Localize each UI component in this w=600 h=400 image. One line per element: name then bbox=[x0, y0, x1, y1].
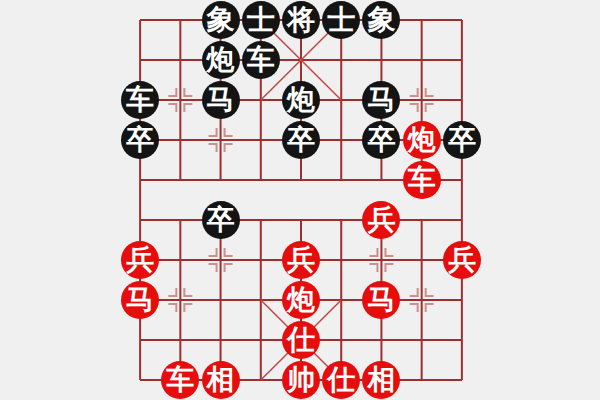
piece-black-soldier[interactable]: 卒 bbox=[282, 121, 320, 159]
piece-black-chariot[interactable]: 车 bbox=[121, 81, 159, 119]
piece-red-general[interactable]: 帅 bbox=[282, 361, 320, 399]
piece-black-horse[interactable]: 马 bbox=[362, 81, 400, 119]
piece-red-soldier[interactable]: 兵 bbox=[282, 241, 320, 279]
piece-red-elephant[interactable]: 相 bbox=[202, 361, 240, 399]
piece-red-horse[interactable]: 马 bbox=[121, 281, 159, 319]
piece-red-soldier[interactable]: 兵 bbox=[362, 201, 400, 239]
piece-red-chariot[interactable]: 车 bbox=[403, 161, 441, 199]
piece-black-general[interactable]: 将 bbox=[282, 1, 320, 39]
piece-black-soldier[interactable]: 卒 bbox=[121, 121, 159, 159]
piece-red-soldier[interactable]: 兵 bbox=[121, 241, 159, 279]
piece-black-cannon[interactable]: 炮 bbox=[282, 81, 320, 119]
piece-red-cannon[interactable]: 炮 bbox=[282, 281, 320, 319]
piece-red-advisor[interactable]: 仕 bbox=[282, 321, 320, 359]
piece-black-chariot[interactable]: 车 bbox=[242, 41, 280, 79]
piece-black-advisor[interactable]: 士 bbox=[322, 1, 360, 39]
piece-black-advisor[interactable]: 士 bbox=[242, 1, 280, 39]
piece-red-advisor[interactable]: 仕 bbox=[322, 361, 360, 399]
piece-red-chariot[interactable]: 车 bbox=[161, 361, 199, 399]
piece-black-horse[interactable]: 马 bbox=[202, 81, 240, 119]
piece-black-soldier[interactable]: 卒 bbox=[202, 201, 240, 239]
piece-black-elephant[interactable]: 象 bbox=[362, 1, 400, 39]
piece-black-elephant[interactable]: 象 bbox=[202, 1, 240, 39]
piece-black-cannon[interactable]: 炮 bbox=[202, 41, 240, 79]
piece-red-soldier[interactable]: 兵 bbox=[443, 241, 481, 279]
piece-red-horse[interactable]: 马 bbox=[362, 281, 400, 319]
piece-black-soldier[interactable]: 卒 bbox=[362, 121, 400, 159]
piece-red-cannon[interactable]: 炮 bbox=[403, 121, 441, 159]
piece-black-soldier[interactable]: 卒 bbox=[443, 121, 481, 159]
piece-red-elephant[interactable]: 相 bbox=[362, 361, 400, 399]
xiangqi-board[interactable]: 象士将士象炮车车马炮马卒卒卒卒炮车卒兵兵兵兵马炮马仕车相帅仕相 bbox=[120, 0, 482, 400]
xiangqi-app: 象士将士象炮车车马炮马卒卒卒卒炮车卒兵兵兵兵马炮马仕车相帅仕相 bbox=[0, 0, 600, 400]
